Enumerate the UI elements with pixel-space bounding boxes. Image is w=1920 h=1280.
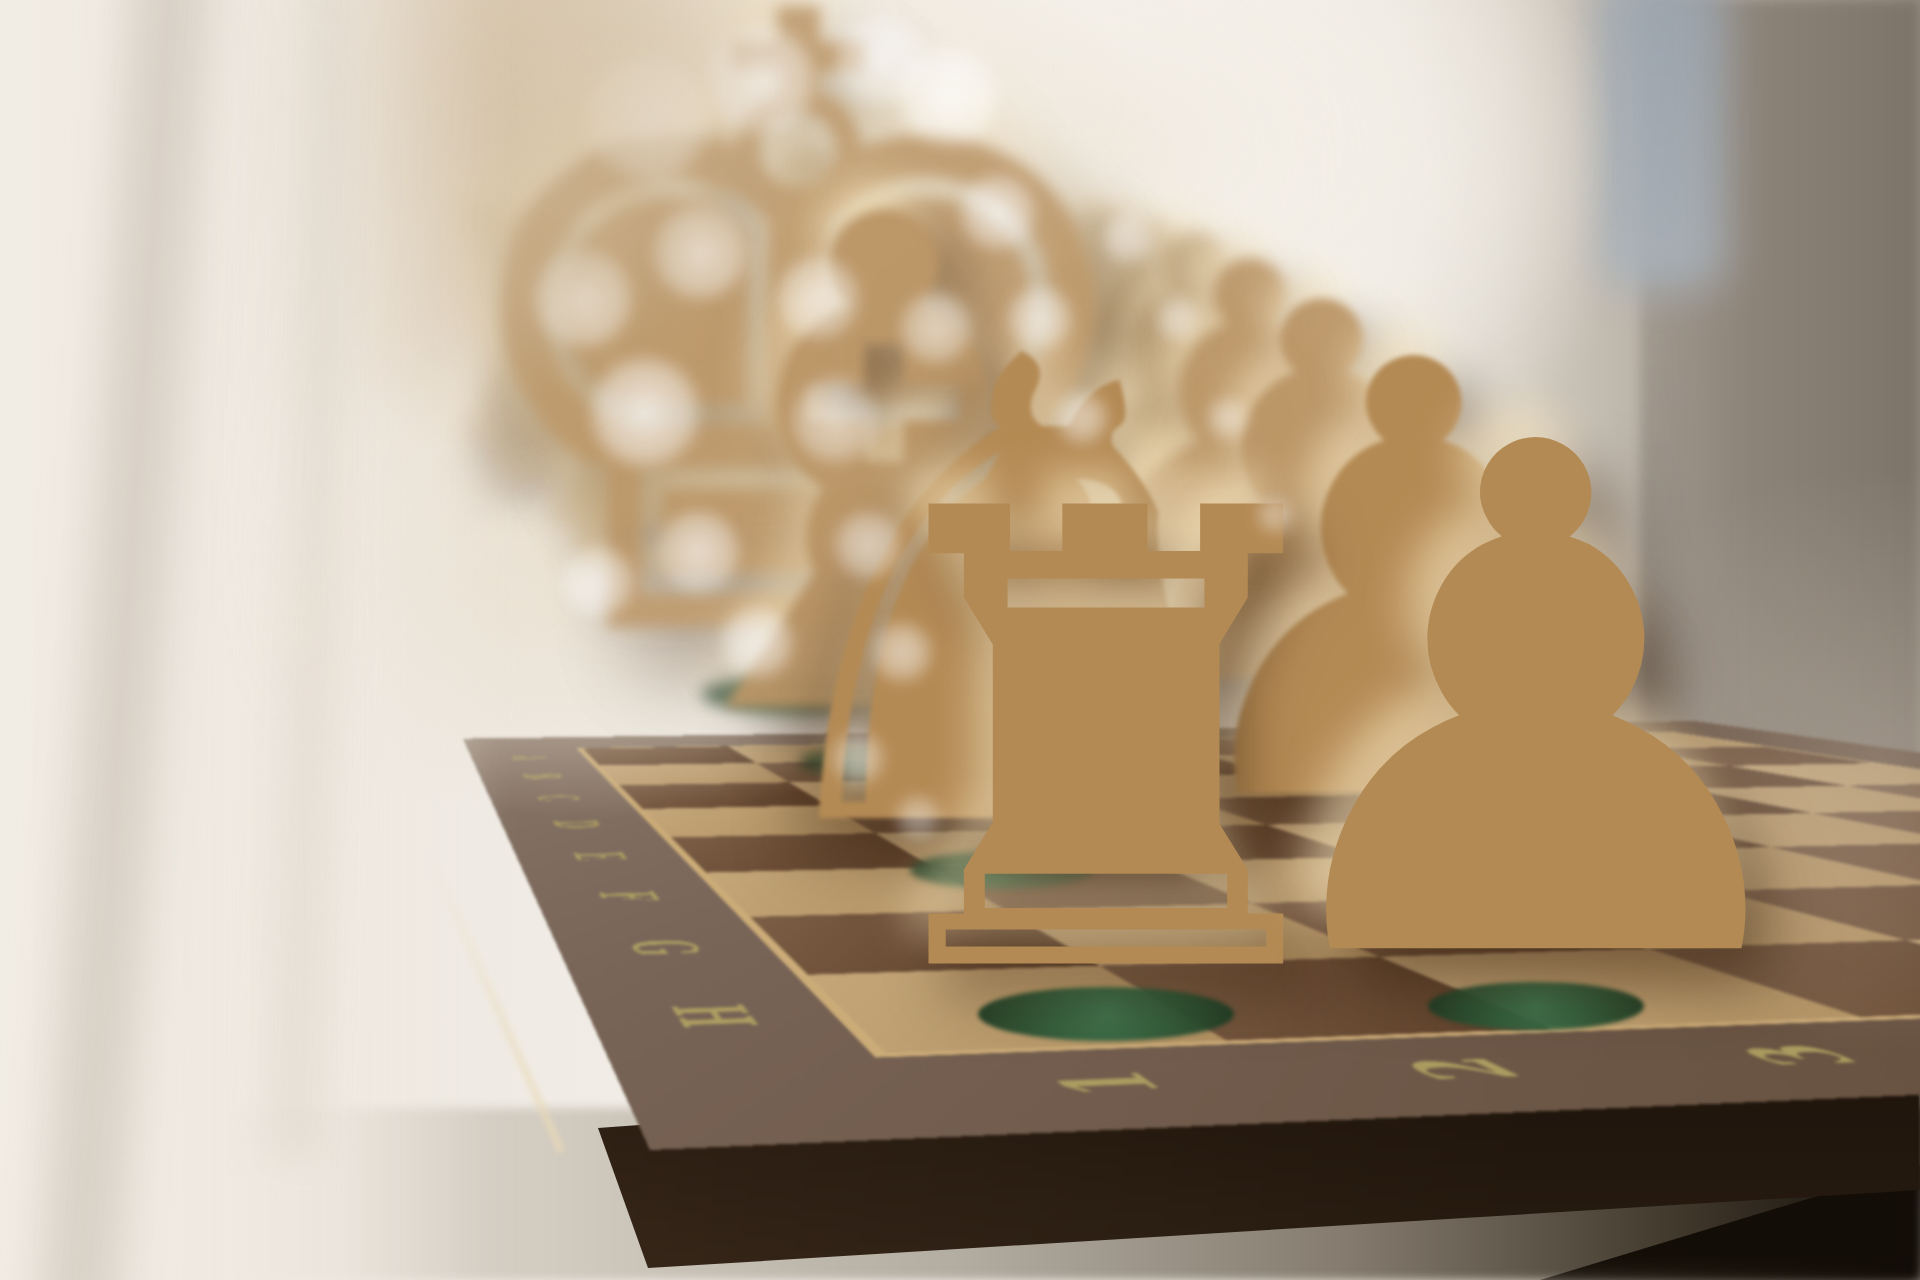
file-label-a: A [498, 751, 561, 764]
rank-label-3: 3 [1693, 1037, 1905, 1074]
chessboard: ABCDEFGH12345678 [463, 721, 1920, 1150]
file-label-g: G [601, 926, 732, 972]
board-grid [583, 732, 1920, 1053]
rank-label-1: 1 [1016, 1063, 1201, 1104]
file-label-b: B [508, 769, 577, 785]
file-label-h: H [637, 986, 795, 1048]
file-label-c: C [520, 789, 597, 808]
window-frame-slat [1596, 0, 1726, 290]
file-label-f: F [574, 879, 685, 914]
file-label-d: D [535, 813, 621, 836]
file-label-e: E [552, 843, 649, 871]
board-inlay-frame [576, 732, 1920, 1058]
chess-photo-scene: ABCDEFGH12345678 ♜♞♝♛♚♝♞♜♟♟♟♟♟♟♟♟ [0, 0, 1920, 1280]
rank-label-2: 2 [1363, 1050, 1563, 1089]
